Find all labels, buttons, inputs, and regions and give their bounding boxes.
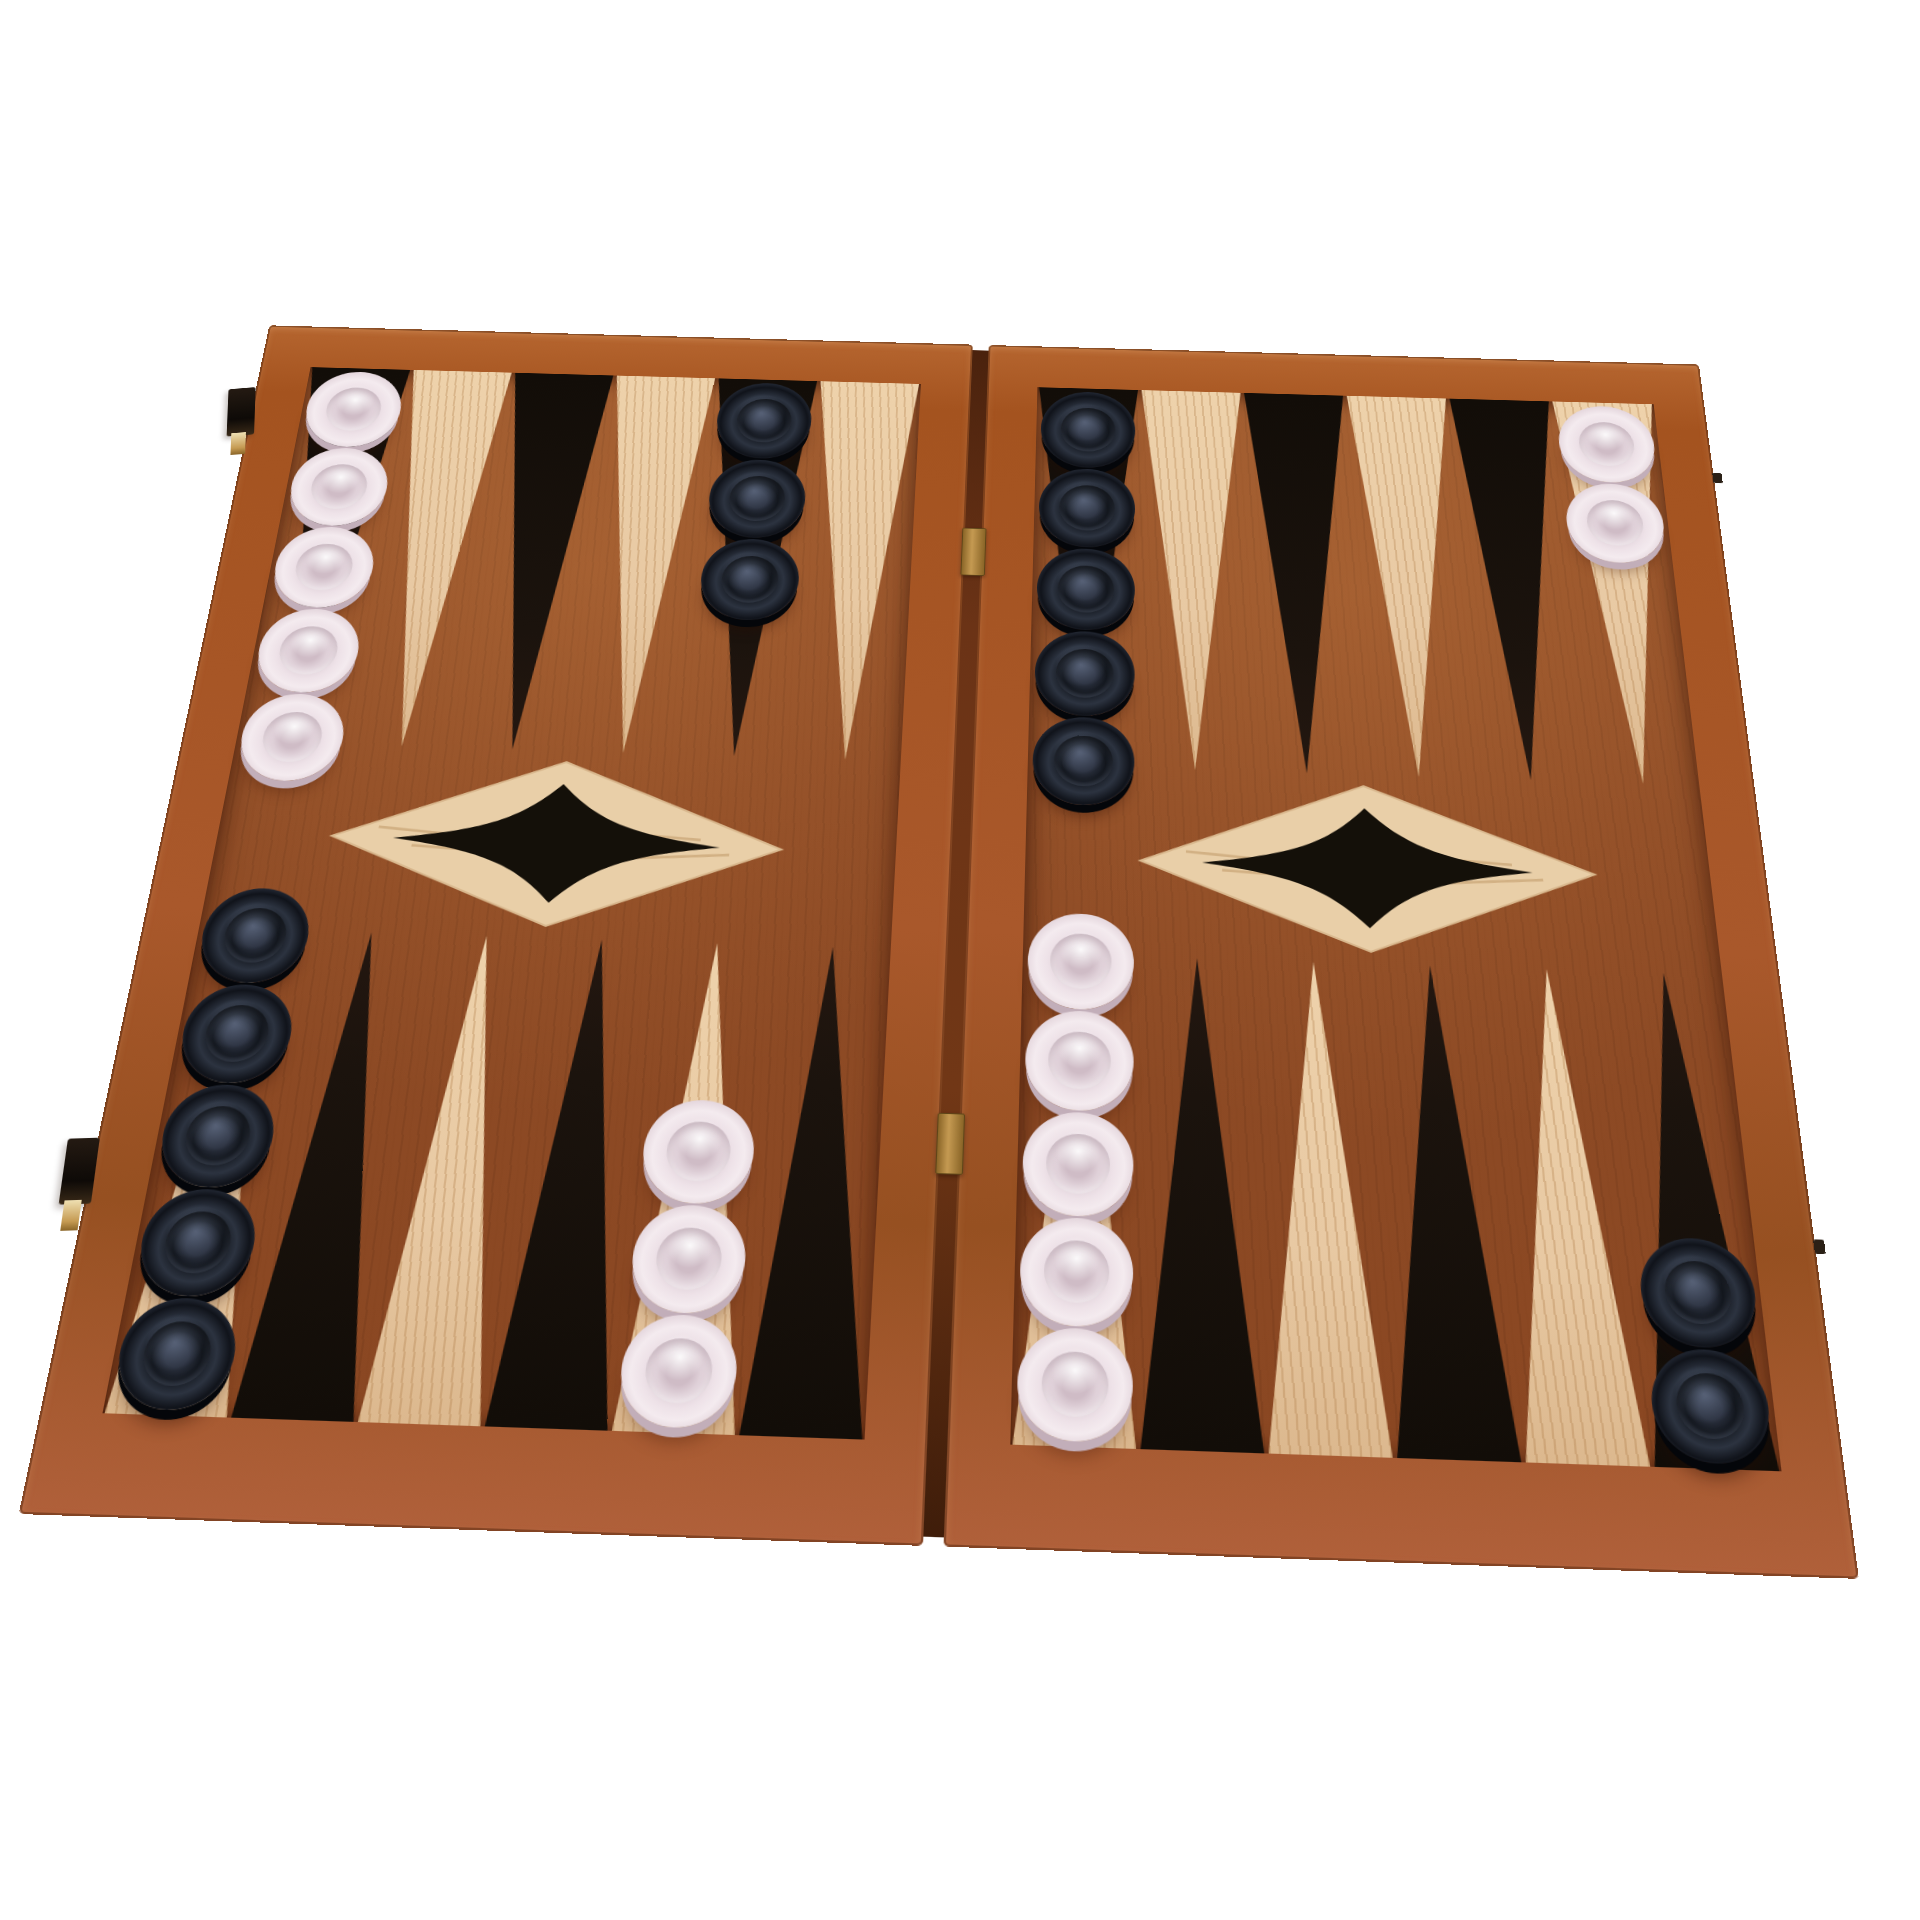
checker-black[interactable] xyxy=(132,1187,264,1298)
point-6[interactable] xyxy=(1010,953,1139,1449)
checker-white[interactable] xyxy=(1555,405,1658,484)
point-21[interactable] xyxy=(1242,393,1362,775)
point-triangle-oak xyxy=(1141,390,1249,771)
checker-black[interactable] xyxy=(1034,630,1135,717)
checker-white[interactable] xyxy=(1024,1009,1134,1112)
checker-black[interactable] xyxy=(1040,391,1135,469)
brass-hinge-lower xyxy=(935,1113,965,1175)
checker-white[interactable] xyxy=(1022,1111,1134,1218)
checker-black[interactable] xyxy=(713,382,814,460)
point-4[interactable] xyxy=(1255,960,1395,1458)
point-19[interactable] xyxy=(1028,387,1140,768)
points-row-top-right xyxy=(1028,387,1700,785)
point-5[interactable] xyxy=(1138,957,1266,1454)
latch-screw-lower xyxy=(1813,1239,1826,1254)
latch-brass-plate xyxy=(60,1200,82,1231)
checker-white[interactable] xyxy=(284,447,394,527)
checker-black[interactable] xyxy=(109,1296,244,1412)
checker-white[interactable] xyxy=(1563,482,1668,563)
brass-hinge-upper xyxy=(960,528,986,576)
diamond-inlay xyxy=(1132,774,1612,965)
point-20[interactable] xyxy=(1139,390,1251,772)
checker-stack-point-17 xyxy=(697,381,814,622)
checker-white[interactable] xyxy=(300,371,407,448)
checker-white[interactable] xyxy=(1016,1326,1133,1443)
latch-screw-upper xyxy=(1712,473,1723,484)
checker-white[interactable] xyxy=(1019,1216,1133,1328)
checker-white[interactable] xyxy=(268,526,380,609)
latch-clasp-lower xyxy=(59,1138,100,1205)
diamond-inlay xyxy=(308,750,796,939)
backgammon-board xyxy=(19,325,1859,1579)
points-row-bottom-left xyxy=(102,927,890,1439)
point-triangle-oak xyxy=(1257,960,1392,1458)
photo-background xyxy=(0,0,1920,1920)
checker-black[interactable] xyxy=(705,459,808,540)
board-half-right xyxy=(944,345,1859,1579)
checker-white[interactable] xyxy=(616,1313,741,1429)
play-field-right xyxy=(1010,387,1781,1471)
checker-black[interactable] xyxy=(1647,1348,1776,1466)
checker-stack-point-19 xyxy=(1032,390,1136,807)
latch-clasp-upper xyxy=(227,387,256,436)
checker-black[interactable] xyxy=(1036,547,1135,631)
checker-black[interactable] xyxy=(153,1083,281,1189)
checker-black[interactable] xyxy=(174,983,299,1085)
checker-black[interactable] xyxy=(697,538,802,622)
points-row-bottom-right xyxy=(1010,953,1781,1471)
checker-black[interactable] xyxy=(1032,716,1135,807)
checker-stack-point-1 xyxy=(1636,1236,1776,1467)
latch-brass-plate xyxy=(230,432,246,455)
checker-stack-point-24 xyxy=(1555,404,1668,564)
point-triangle-black xyxy=(1141,957,1265,1454)
checker-white[interactable] xyxy=(1027,912,1134,1011)
points-row-top-left xyxy=(236,367,921,761)
checker-white[interactable] xyxy=(234,693,351,783)
checker-black[interactable] xyxy=(1636,1237,1762,1350)
checker-white[interactable] xyxy=(251,608,365,694)
point-triangle-black xyxy=(1244,393,1361,775)
checker-stack-point-6 xyxy=(1016,911,1134,1444)
checker-white[interactable] xyxy=(627,1204,749,1315)
checker-black[interactable] xyxy=(194,887,317,985)
checker-white[interactable] xyxy=(638,1098,757,1205)
play-field-left xyxy=(102,367,920,1439)
board-half-left xyxy=(19,325,973,1546)
checker-black[interactable] xyxy=(1038,468,1135,549)
